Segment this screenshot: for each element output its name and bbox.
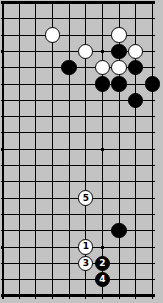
stone-black-N14[interactable] — [145, 76, 160, 91]
stone-black-L14[interactable] — [111, 76, 126, 91]
grid-vline — [69, 2, 70, 299]
grid-hline — [1, 116, 156, 117]
stone-black-move-2-K3[interactable]: 2 — [95, 256, 110, 271]
grid-hline — [1, 149, 156, 150]
grid-vline — [52, 2, 53, 299]
stone-white-K15[interactable] — [95, 60, 110, 75]
board-bottom-edge-line — [1, 294, 156, 297]
grid-hline — [1, 35, 156, 36]
stone-white-move-3-J3[interactable]: 3 — [78, 256, 93, 271]
grid-hline — [1, 214, 156, 215]
stone-white-J16[interactable] — [78, 44, 93, 59]
stone-white-L17[interactable] — [111, 27, 126, 42]
grid-vline — [19, 2, 20, 299]
stone-black-H15[interactable] — [61, 60, 76, 75]
star-point — [1, 148, 4, 151]
board-top-edge-line — [1, 1, 156, 4]
grid-vline — [35, 2, 36, 299]
stone-black-L5[interactable] — [111, 223, 126, 238]
star-point — [101, 246, 104, 249]
stone-white-M16[interactable] — [128, 44, 143, 59]
stone-white-move-1-J4[interactable]: 1 — [78, 239, 93, 254]
star-point — [101, 148, 104, 151]
star-point — [1, 246, 4, 249]
stone-black-M15[interactable] — [128, 60, 143, 75]
stone-black-L16[interactable] — [111, 44, 126, 59]
grid-hline — [1, 230, 156, 231]
grid-hline — [1, 132, 156, 133]
stone-white-G17[interactable] — [45, 27, 60, 42]
grid-hline — [1, 18, 156, 19]
grid-hline — [1, 165, 156, 166]
stone-black-K14[interactable] — [95, 76, 110, 91]
stone-black-move-4-K2[interactable]: 4 — [95, 272, 110, 287]
grid-hline — [1, 181, 156, 182]
stone-white-L15[interactable] — [111, 60, 126, 75]
stone-white-move-5-J7[interactable]: 5 — [78, 190, 93, 205]
star-point — [1, 50, 4, 53]
stone-black-M13[interactable] — [128, 93, 143, 108]
go-diagram: 51324 — [0, 0, 163, 303]
go-board[interactable]: 51324 — [0, 0, 163, 303]
grid-hline — [1, 279, 156, 280]
grid-hline — [1, 84, 156, 85]
grid-vline — [152, 2, 153, 299]
star-point — [101, 50, 104, 53]
